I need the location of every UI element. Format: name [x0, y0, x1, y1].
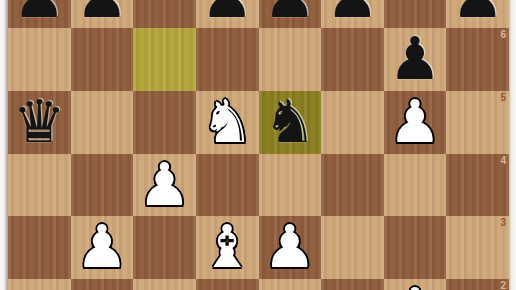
right-edge-strip [509, 0, 516, 290]
square-d3[interactable]: ♝ [196, 216, 259, 279]
square-g2[interactable]: ♟ [384, 279, 447, 290]
black-pawn-e7[interactable]: ♟ [259, 0, 322, 28]
square-d6[interactable] [196, 28, 259, 91]
square-b5[interactable] [71, 91, 134, 154]
square-e4[interactable] [259, 154, 322, 217]
square-h2[interactable]: 2 [446, 279, 509, 290]
square-b7[interactable]: ♟ [71, 0, 134, 28]
black-pawn-h7[interactable]: ♟ [446, 0, 509, 28]
square-c5[interactable] [133, 91, 196, 154]
square-c3[interactable] [133, 216, 196, 279]
square-g5[interactable]: ♟ [384, 91, 447, 154]
chess-board[interactable]: ♟♟♟♟♟♟♟6♛♞♞♟5♟4♟♝♟3♟2 [8, 0, 509, 290]
black-queen-a5[interactable]: ♛ [8, 91, 71, 154]
rank-label-6: 6 [500, 29, 506, 40]
square-f4[interactable] [321, 154, 384, 217]
square-f3[interactable] [321, 216, 384, 279]
square-d7[interactable]: ♟ [196, 0, 259, 28]
black-pawn-f7[interactable]: ♟ [321, 0, 384, 28]
square-h3[interactable]: 3 [446, 216, 509, 279]
square-a6[interactable] [8, 28, 71, 91]
square-f7[interactable]: ♟ [321, 0, 384, 28]
black-pawn-a7[interactable]: ♟ [8, 0, 71, 28]
square-e5[interactable]: ♞ [259, 91, 322, 154]
square-b3[interactable]: ♟ [71, 216, 134, 279]
white-pawn-c4[interactable]: ♟ [133, 154, 196, 217]
square-b6[interactable] [71, 28, 134, 91]
board-viewport: ♟♟♟♟♟♟♟6♛♞♞♟5♟4♟♝♟3♟2 [8, 0, 509, 290]
left-edge-strip [0, 0, 8, 290]
rank-label-3: 3 [500, 217, 506, 228]
square-h6[interactable]: 6 [446, 28, 509, 91]
white-knight-d5[interactable]: ♞ [196, 91, 259, 154]
square-e6[interactable] [259, 28, 322, 91]
square-f2[interactable] [321, 279, 384, 290]
white-pawn-g2[interactable]: ♟ [384, 279, 447, 290]
white-pawn-b3[interactable]: ♟ [71, 216, 134, 279]
black-pawn-b7[interactable]: ♟ [71, 0, 134, 28]
black-pawn-d7[interactable]: ♟ [196, 0, 259, 28]
white-bishop-d3[interactable]: ♝ [196, 216, 259, 279]
square-f6[interactable] [321, 28, 384, 91]
square-g6[interactable]: ♟ [384, 28, 447, 91]
square-a5[interactable]: ♛ [8, 91, 71, 154]
black-pawn-g6[interactable]: ♟ [384, 28, 447, 91]
square-g3[interactable] [384, 216, 447, 279]
square-c2[interactable] [133, 279, 196, 290]
square-d5[interactable]: ♞ [196, 91, 259, 154]
square-h7[interactable]: ♟ [446, 0, 509, 28]
square-b4[interactable] [71, 154, 134, 217]
white-pawn-e3[interactable]: ♟ [259, 216, 322, 279]
square-d4[interactable] [196, 154, 259, 217]
square-g4[interactable] [384, 154, 447, 217]
square-e7[interactable]: ♟ [259, 0, 322, 28]
square-c4[interactable]: ♟ [133, 154, 196, 217]
black-knight-e5[interactable]: ♞ [259, 91, 322, 154]
square-a2[interactable] [8, 279, 71, 290]
white-pawn-g5[interactable]: ♟ [384, 91, 447, 154]
square-c6[interactable] [133, 28, 196, 91]
square-h5[interactable]: 5 [446, 91, 509, 154]
rank-label-2: 2 [500, 280, 506, 290]
square-c7[interactable] [133, 0, 196, 28]
chessboard-screenshot: ♟♟♟♟♟♟♟6♛♞♞♟5♟4♟♝♟3♟2 [0, 0, 516, 290]
square-a4[interactable] [8, 154, 71, 217]
rank-label-5: 5 [500, 92, 506, 103]
square-f5[interactable] [321, 91, 384, 154]
square-e3[interactable]: ♟ [259, 216, 322, 279]
square-h4[interactable]: 4 [446, 154, 509, 217]
rank-label-4: 4 [500, 155, 506, 166]
square-a3[interactable] [8, 216, 71, 279]
square-a7[interactable]: ♟ [8, 0, 71, 28]
